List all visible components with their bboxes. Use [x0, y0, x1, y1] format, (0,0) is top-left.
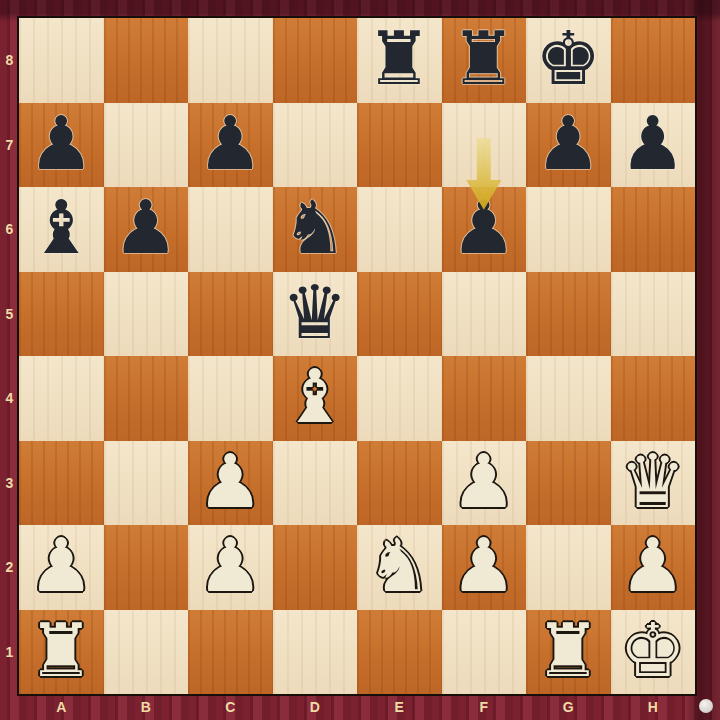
- square-e5[interactable]: [357, 272, 442, 357]
- square-h6[interactable]: [611, 187, 696, 272]
- square-b4[interactable]: [104, 356, 189, 441]
- file-label-c: C: [188, 694, 273, 720]
- square-a7[interactable]: ♟: [19, 103, 104, 188]
- rank-label-2: 2: [0, 525, 19, 610]
- square-a6[interactable]: ♝: [19, 187, 104, 272]
- rank-labels: 87654321: [0, 18, 19, 694]
- square-d2[interactable]: [273, 525, 358, 610]
- square-d6[interactable]: ♞: [273, 187, 358, 272]
- square-g7[interactable]: ♟: [526, 103, 611, 188]
- file-label-g: G: [526, 694, 611, 720]
- square-g5[interactable]: [526, 272, 611, 357]
- white-pawn[interactable]: ♟: [197, 444, 263, 518]
- square-a1[interactable]: ♜: [19, 610, 104, 695]
- rank-label-1: 1: [0, 610, 19, 695]
- square-b8[interactable]: [104, 18, 189, 103]
- square-f3[interactable]: ♟: [442, 441, 527, 526]
- square-g2[interactable]: [526, 525, 611, 610]
- white-knight[interactable]: ♞: [366, 528, 432, 602]
- square-d1[interactable]: [273, 610, 358, 695]
- square-h1[interactable]: ♚: [611, 610, 696, 695]
- file-label-h: H: [611, 694, 696, 720]
- black-pawn[interactable]: ♟: [113, 190, 179, 264]
- square-a2[interactable]: ♟: [19, 525, 104, 610]
- white-king[interactable]: ♚: [620, 613, 686, 687]
- rank-label-5: 5: [0, 272, 19, 357]
- square-d5[interactable]: ♛: [273, 272, 358, 357]
- square-b3[interactable]: [104, 441, 189, 526]
- white-pawn[interactable]: ♟: [451, 444, 517, 518]
- white-pawn[interactable]: ♟: [620, 528, 686, 602]
- square-d3[interactable]: [273, 441, 358, 526]
- square-h7[interactable]: ♟: [611, 103, 696, 188]
- square-c6[interactable]: [188, 187, 273, 272]
- square-f8[interactable]: ♜: [442, 18, 527, 103]
- black-pawn[interactable]: ♟: [197, 106, 263, 180]
- corner-dot-indicator: [699, 699, 713, 713]
- rank-label-3: 3: [0, 441, 19, 526]
- black-knight[interactable]: ♞: [282, 190, 348, 264]
- rank-label-6: 6: [0, 187, 19, 272]
- square-a3[interactable]: [19, 441, 104, 526]
- square-b1[interactable]: [104, 610, 189, 695]
- black-king[interactable]: ♚: [535, 21, 601, 95]
- chess-board[interactable]: ♜♜♚♟♟♟♟♝♟♞♟♛♝♟♟♛♟♟♞♟♟♜♜♚: [19, 18, 695, 694]
- white-queen[interactable]: ♛: [620, 444, 686, 518]
- square-a4[interactable]: [19, 356, 104, 441]
- square-c3[interactable]: ♟: [188, 441, 273, 526]
- square-c5[interactable]: [188, 272, 273, 357]
- black-pawn[interactable]: ♟: [451, 190, 517, 264]
- square-g4[interactable]: [526, 356, 611, 441]
- black-pawn[interactable]: ♟: [535, 106, 601, 180]
- square-h3[interactable]: ♛: [611, 441, 696, 526]
- white-rook[interactable]: ♜: [535, 613, 601, 687]
- square-h2[interactable]: ♟: [611, 525, 696, 610]
- black-queen[interactable]: ♛: [282, 275, 348, 349]
- square-g1[interactable]: ♜: [526, 610, 611, 695]
- file-label-a: A: [19, 694, 104, 720]
- rank-label-8: 8: [0, 18, 19, 103]
- black-bishop[interactable]: ♝: [28, 190, 94, 264]
- square-h8[interactable]: [611, 18, 696, 103]
- rank-label-4: 4: [0, 356, 19, 441]
- square-g3[interactable]: [526, 441, 611, 526]
- white-pawn[interactable]: ♟: [197, 528, 263, 602]
- file-label-e: E: [357, 694, 442, 720]
- white-pawn[interactable]: ♟: [451, 528, 517, 602]
- file-label-f: F: [442, 694, 527, 720]
- square-e7[interactable]: [357, 103, 442, 188]
- file-label-b: B: [104, 694, 189, 720]
- square-e8[interactable]: ♜: [357, 18, 442, 103]
- black-rook[interactable]: ♜: [366, 21, 432, 95]
- rank-label-7: 7: [0, 103, 19, 188]
- square-c8[interactable]: [188, 18, 273, 103]
- square-c1[interactable]: [188, 610, 273, 695]
- square-d8[interactable]: [273, 18, 358, 103]
- square-c7[interactable]: ♟: [188, 103, 273, 188]
- board-frame: 87654321 ♜♜♚♟♟♟♟♝♟♞♟♛♝♟♟♛♟♟♞♟♟♜♜♚ ABCDEF…: [0, 0, 720, 720]
- square-e4[interactable]: [357, 356, 442, 441]
- square-g6[interactable]: [526, 187, 611, 272]
- square-h5[interactable]: [611, 272, 696, 357]
- square-b7[interactable]: [104, 103, 189, 188]
- square-d7[interactable]: [273, 103, 358, 188]
- square-c2[interactable]: ♟: [188, 525, 273, 610]
- file-label-d: D: [273, 694, 358, 720]
- square-b5[interactable]: [104, 272, 189, 357]
- square-e1[interactable]: [357, 610, 442, 695]
- square-b6[interactable]: ♟: [104, 187, 189, 272]
- square-a5[interactable]: [19, 272, 104, 357]
- square-f4[interactable]: [442, 356, 527, 441]
- square-e3[interactable]: [357, 441, 442, 526]
- black-pawn[interactable]: ♟: [28, 106, 94, 180]
- square-b2[interactable]: [104, 525, 189, 610]
- file-labels: ABCDEFGH: [19, 694, 695, 720]
- square-f5[interactable]: [442, 272, 527, 357]
- square-f7[interactable]: [442, 103, 527, 188]
- square-e6[interactable]: [357, 187, 442, 272]
- white-bishop[interactable]: ♝: [282, 359, 348, 433]
- square-d4[interactable]: ♝: [273, 356, 358, 441]
- square-f2[interactable]: ♟: [442, 525, 527, 610]
- square-g8[interactable]: ♚: [526, 18, 611, 103]
- square-f1[interactable]: [442, 610, 527, 695]
- white-pawn[interactable]: ♟: [28, 528, 94, 602]
- square-a8[interactable]: [19, 18, 104, 103]
- square-e2[interactable]: ♞: [357, 525, 442, 610]
- square-c4[interactable]: [188, 356, 273, 441]
- square-f6[interactable]: ♟: [442, 187, 527, 272]
- square-h4[interactable]: [611, 356, 696, 441]
- black-rook[interactable]: ♜: [451, 21, 517, 95]
- white-rook[interactable]: ♜: [28, 613, 94, 687]
- black-pawn[interactable]: ♟: [620, 106, 686, 180]
